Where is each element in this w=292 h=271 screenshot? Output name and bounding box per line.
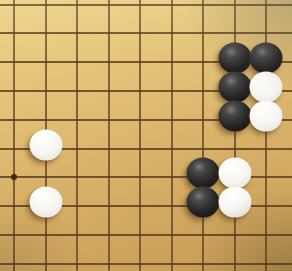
white-stone[interactable]: ○ bbox=[218, 187, 251, 218]
grid-line-vertical bbox=[202, 0, 204, 271]
black-stone[interactable]: ● bbox=[187, 187, 220, 218]
black-stone[interactable]: ● bbox=[250, 43, 283, 74]
black-stone[interactable]: ● bbox=[218, 43, 251, 74]
white-stone[interactable]: ○ bbox=[218, 158, 251, 189]
grid-line-horizontal bbox=[0, 32, 292, 34]
white-stone[interactable]: ○ bbox=[29, 187, 62, 218]
grid-line-vertical bbox=[76, 0, 78, 271]
grid-line-vertical bbox=[13, 0, 15, 271]
grid-line-vertical bbox=[234, 0, 236, 271]
black-stone[interactable]: ● bbox=[218, 71, 251, 102]
white-stone[interactable]: ○ bbox=[250, 100, 283, 131]
star-point bbox=[11, 174, 17, 180]
grid-line-vertical bbox=[139, 0, 141, 271]
go-board[interactable]: ●●●○●○○●○○●○ bbox=[0, 0, 292, 271]
white-stone[interactable]: ○ bbox=[250, 71, 283, 102]
grid-line-horizontal bbox=[0, 263, 292, 265]
grid-line-horizontal bbox=[0, 234, 292, 236]
white-stone[interactable]: ○ bbox=[29, 129, 62, 160]
grid-line-vertical bbox=[108, 0, 110, 271]
grid-line-vertical bbox=[171, 0, 173, 271]
grid-line-horizontal bbox=[0, 4, 292, 6]
black-stone[interactable]: ● bbox=[187, 158, 220, 189]
grid-line-vertical bbox=[265, 0, 267, 271]
black-stone[interactable]: ● bbox=[218, 100, 251, 131]
